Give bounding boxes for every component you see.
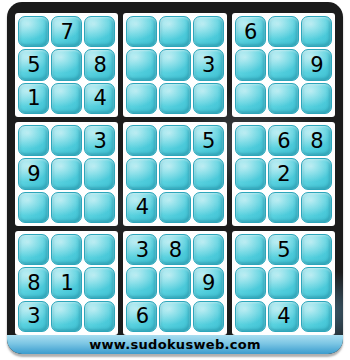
cell-r9c4[interactable]: 6 [126,301,157,332]
cell-r8c7[interactable] [235,267,266,298]
cell-r5c7[interactable] [235,158,266,189]
cell-r4c5[interactable] [159,125,190,156]
cell-r5c8[interactable]: 2 [268,158,299,189]
cell-r5c2[interactable] [51,158,82,189]
cell-r8c9[interactable] [301,267,332,298]
cell-r8c5[interactable] [159,267,190,298]
cell-r6c3[interactable] [84,192,115,223]
cell-r9c7[interactable] [235,301,266,332]
cell-r2c2[interactable] [51,49,82,80]
cell-r4c6[interactable]: 5 [193,125,224,156]
cell-r9c1[interactable]: 3 [18,301,49,332]
cell-r1c3[interactable] [84,16,115,47]
cell-r1c2[interactable]: 7 [51,16,82,47]
cell-r4c2[interactable] [51,125,82,156]
cell-r7c5[interactable]: 8 [159,234,190,265]
cell-r8c2[interactable]: 1 [51,267,82,298]
box-5: 54 [123,122,226,226]
cell-r7c1[interactable] [18,234,49,265]
cell-r2c6[interactable]: 3 [193,49,224,80]
cell-r9c3[interactable] [84,301,115,332]
cell-r8c6[interactable]: 9 [193,267,224,298]
cell-r7c8[interactable]: 5 [268,234,299,265]
cell-r2c3[interactable]: 8 [84,49,115,80]
box-6: 682 [232,122,335,226]
cell-r7c7[interactable] [235,234,266,265]
cell-r2c1[interactable]: 5 [18,49,49,80]
cell-r9c5[interactable] [159,301,190,332]
cell-r5c6[interactable] [193,158,224,189]
cell-r9c6[interactable] [193,301,224,332]
box-4: 39 [15,122,118,226]
board-frame: 758143693954682813389654 www.sudokusweb.… [7,2,343,354]
cell-r7c2[interactable] [51,234,82,265]
cell-r8c1[interactable]: 8 [18,267,49,298]
cell-r1c8[interactable] [268,16,299,47]
cell-r4c7[interactable] [235,125,266,156]
cell-r8c4[interactable] [126,267,157,298]
cell-r6c4[interactable]: 4 [126,192,157,223]
cell-r7c6[interactable] [193,234,224,265]
cell-r4c4[interactable] [126,125,157,156]
cell-r1c7[interactable]: 6 [235,16,266,47]
site-url: www.sudokusweb.com [7,335,343,354]
cell-r3c5[interactable] [159,83,190,114]
cell-r4c1[interactable] [18,125,49,156]
cell-r6c8[interactable] [268,192,299,223]
sudoku-board: 758143693954682813389654 [15,13,335,335]
cell-r1c9[interactable] [301,16,332,47]
cell-r6c7[interactable] [235,192,266,223]
cell-r4c8[interactable]: 6 [268,125,299,156]
cell-r5c9[interactable] [301,158,332,189]
cell-r9c9[interactable] [301,301,332,332]
cell-r1c1[interactable] [18,16,49,47]
cell-r2c8[interactable] [268,49,299,80]
cell-r6c1[interactable] [18,192,49,223]
cell-r5c1[interactable]: 9 [18,158,49,189]
cell-r4c3[interactable]: 3 [84,125,115,156]
cell-r3c3[interactable]: 4 [84,83,115,114]
cell-r3c2[interactable] [51,83,82,114]
sudoku-page: 758143693954682813389654 www.sudokusweb.… [0,0,350,360]
cell-r7c9[interactable] [301,234,332,265]
cell-r8c8[interactable] [268,267,299,298]
box-2: 3 [123,13,226,117]
box-3: 69 [232,13,335,117]
cell-r3c8[interactable] [268,83,299,114]
box-8: 3896 [123,231,226,335]
cell-r2c4[interactable] [126,49,157,80]
cell-r3c7[interactable] [235,83,266,114]
cell-r9c8[interactable]: 4 [268,301,299,332]
cell-r7c3[interactable] [84,234,115,265]
cell-r4c9[interactable]: 8 [301,125,332,156]
cell-r2c9[interactable]: 9 [301,49,332,80]
cell-r2c5[interactable] [159,49,190,80]
cell-r5c3[interactable] [84,158,115,189]
cell-r9c2[interactable] [51,301,82,332]
cell-r6c6[interactable] [193,192,224,223]
cell-r6c2[interactable] [51,192,82,223]
cell-r5c5[interactable] [159,158,190,189]
cell-r1c4[interactable] [126,16,157,47]
cell-r2c7[interactable] [235,49,266,80]
box-1: 75814 [15,13,118,117]
cell-r3c9[interactable] [301,83,332,114]
cell-r3c4[interactable] [126,83,157,114]
cell-r6c5[interactable] [159,192,190,223]
cell-r5c4[interactable] [126,158,157,189]
box-7: 813 [15,231,118,335]
box-9: 54 [232,231,335,335]
cell-r3c1[interactable]: 1 [18,83,49,114]
cell-r8c3[interactable] [84,267,115,298]
cell-r7c4[interactable]: 3 [126,234,157,265]
cell-r1c6[interactable] [193,16,224,47]
cell-r1c5[interactable] [159,16,190,47]
cell-r3c6[interactable] [193,83,224,114]
cell-r6c9[interactable] [301,192,332,223]
